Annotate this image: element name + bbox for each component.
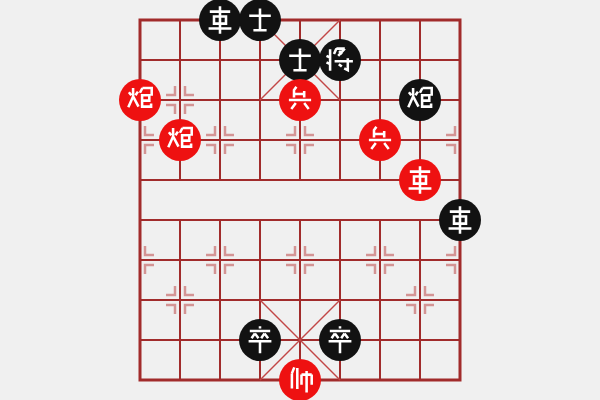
cannon-glyph [165, 125, 195, 155]
soldier-glyph [325, 325, 355, 355]
soldier-glyph [245, 325, 275, 355]
chariot-glyph [205, 5, 235, 35]
chariot-glyph [445, 205, 475, 235]
pieces-layer [120, 0, 480, 400]
advisor-glyph [245, 5, 275, 35]
piece-red-chariot[interactable] [399, 159, 441, 201]
xiangqi-board [0, 0, 600, 400]
piece-red-general[interactable] [279, 359, 321, 400]
piece-black-advisor[interactable] [239, 0, 281, 41]
piece-red-cannon[interactable] [119, 79, 161, 121]
general-glyph [285, 365, 315, 395]
general-glyph [325, 45, 355, 75]
piece-black-chariot[interactable] [439, 199, 481, 241]
chariot-glyph [405, 165, 435, 195]
piece-red-soldier[interactable] [359, 119, 401, 161]
piece-black-general[interactable] [319, 39, 361, 81]
piece-black-chariot[interactable] [199, 0, 241, 41]
piece-black-cannon[interactable] [399, 79, 441, 121]
soldier-glyph [285, 85, 315, 115]
piece-black-advisor[interactable] [279, 39, 321, 81]
soldier-glyph [365, 125, 395, 155]
piece-black-soldier[interactable] [319, 319, 361, 361]
piece-red-soldier[interactable] [279, 79, 321, 121]
piece-black-soldier[interactable] [239, 319, 281, 361]
advisor-glyph [285, 45, 315, 75]
cannon-glyph [125, 85, 155, 115]
cannon-glyph [405, 85, 435, 115]
piece-red-cannon[interactable] [159, 119, 201, 161]
